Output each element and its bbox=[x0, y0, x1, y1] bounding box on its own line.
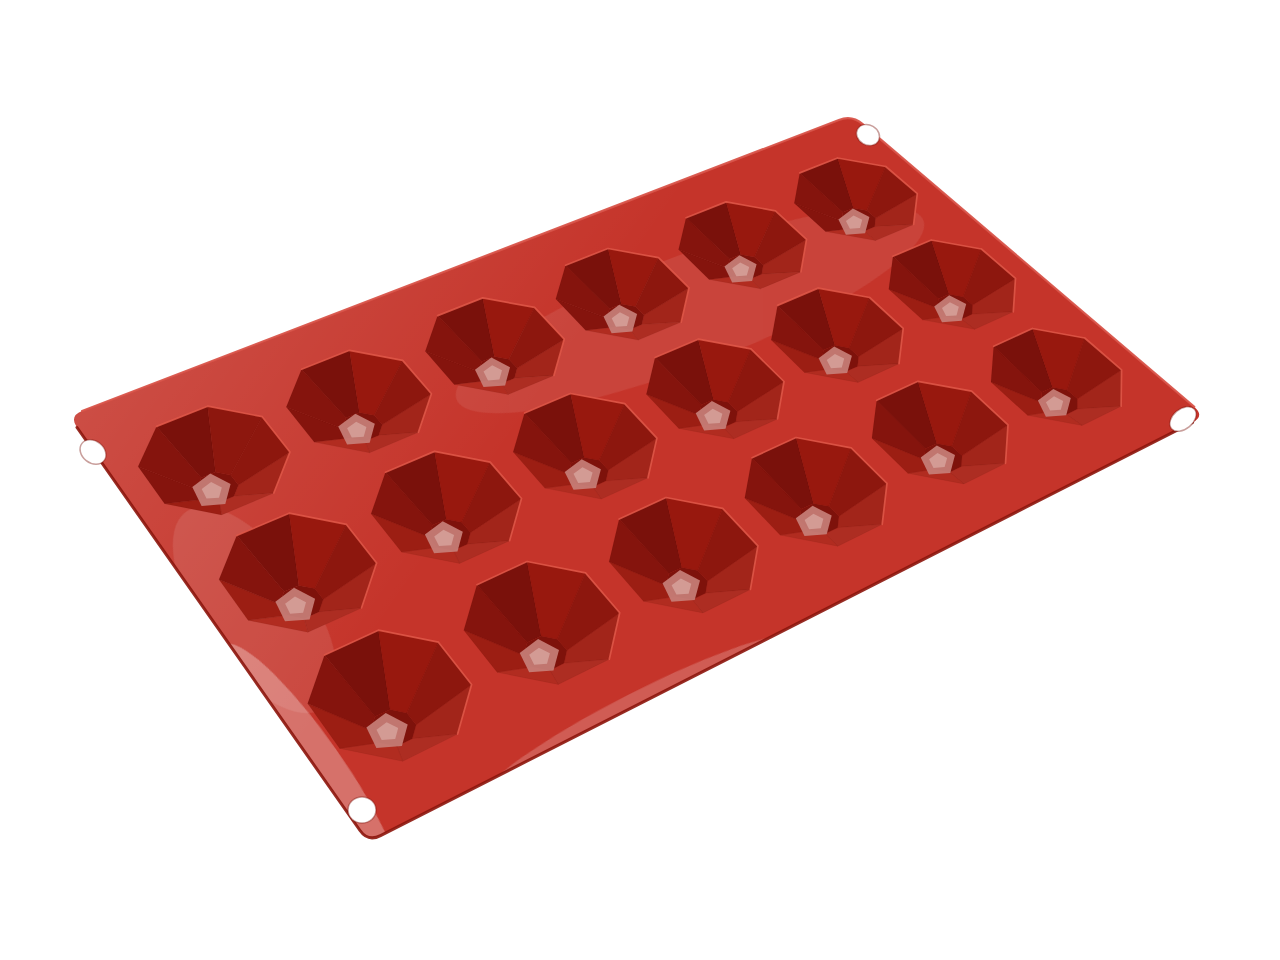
product-photo: Red silicone baking mould with 18 octago… bbox=[0, 0, 1280, 960]
mold-svg bbox=[0, 0, 1280, 960]
photo-stage: Red silicone baking mould with 18 octago… bbox=[0, 0, 1280, 960]
corner-hole bbox=[348, 797, 376, 823]
